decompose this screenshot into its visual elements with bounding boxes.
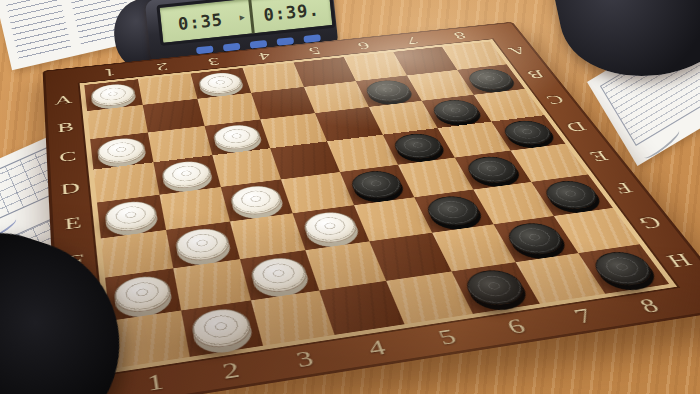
white-piece-G3[interactable]	[248, 255, 311, 295]
white-piece-F2[interactable]	[173, 226, 232, 263]
black-piece-H6[interactable]	[460, 267, 531, 308]
black-piece-D6[interactable]	[390, 132, 448, 161]
black-piece-H8[interactable]	[587, 249, 660, 289]
white-piece-E3[interactable]	[228, 183, 285, 217]
notes-text-column	[6, 0, 72, 62]
white-piece-G1[interactable]	[112, 273, 173, 315]
square-H1[interactable]	[110, 310, 190, 368]
white-piece-C1[interactable]	[96, 136, 147, 166]
clock-right-time: 0:39.	[251, 0, 331, 26]
scene: 0:35 ▸ 0:39. 12345678 12345678 ABCDEFGH …	[0, 0, 700, 394]
black-piece-F8[interactable]	[539, 178, 604, 211]
white-piece-C3[interactable]	[211, 123, 264, 152]
square-H2[interactable]	[181, 300, 263, 356]
white-piece-F4[interactable]	[300, 209, 361, 245]
black-piece-E7[interactable]	[462, 154, 523, 185]
white-piece-A3[interactable]	[197, 71, 245, 96]
black-piece-E5[interactable]	[347, 169, 406, 201]
black-piece-F6[interactable]	[422, 194, 485, 229]
coord-left-D: D	[49, 170, 93, 208]
coord-left-E: E	[50, 203, 96, 245]
black-piece-D8[interactable]	[499, 119, 558, 147]
white-piece-A1[interactable]	[90, 82, 137, 107]
black-piece-B8[interactable]	[464, 67, 518, 91]
clock-left-time: 0:35	[160, 7, 240, 35]
black-piece-B6[interactable]	[362, 78, 415, 103]
coord-left-C: C	[47, 140, 89, 175]
white-piece-H2[interactable]	[189, 306, 255, 351]
white-piece-D2[interactable]	[160, 159, 214, 191]
white-piece-E1[interactable]	[104, 199, 159, 234]
black-piece-C7[interactable]	[429, 98, 485, 125]
